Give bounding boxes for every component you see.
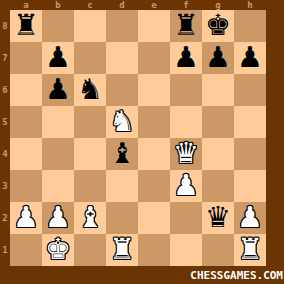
square-f2[interactable] — [170, 202, 202, 234]
piece-white-rook[interactable]: ♜ — [109, 235, 135, 264]
square-f8[interactable]: ♜ — [170, 10, 202, 42]
square-d6[interactable] — [106, 74, 138, 106]
site-watermark: CHESSGAMES.COM — [190, 269, 283, 282]
piece-black-king[interactable]: ♚ — [205, 11, 231, 40]
piece-white-pawn[interactable]: ♟ — [173, 171, 199, 200]
piece-white-rook[interactable]: ♜ — [237, 235, 263, 264]
square-f6[interactable] — [170, 74, 202, 106]
square-e7[interactable] — [138, 42, 170, 74]
square-h8[interactable] — [234, 10, 266, 42]
piece-black-queen[interactable]: ♛ — [205, 203, 231, 232]
file-label-h: h — [234, 0, 266, 10]
piece-white-knight[interactable]: ♞ — [109, 107, 135, 136]
square-c8[interactable] — [74, 10, 106, 42]
piece-white-king[interactable]: ♚ — [45, 235, 71, 264]
square-f5[interactable] — [170, 106, 202, 138]
square-e6[interactable] — [138, 74, 170, 106]
rank-labels: 87654321 — [0, 10, 10, 266]
square-b8[interactable] — [42, 10, 74, 42]
file-label-d: d — [106, 0, 138, 10]
square-d2[interactable] — [106, 202, 138, 234]
square-b7[interactable]: ♟ — [42, 42, 74, 74]
square-e1[interactable] — [138, 234, 170, 266]
square-h1[interactable]: ♜ — [234, 234, 266, 266]
square-c5[interactable] — [74, 106, 106, 138]
square-a3[interactable] — [10, 170, 42, 202]
piece-white-pawn[interactable]: ♟ — [45, 203, 71, 232]
board: ♜♜♚♟♟♟♟♟♞♞♝♛♟♟♟♝♛♟♚♜♜ — [10, 10, 266, 266]
piece-white-pawn[interactable]: ♟ — [13, 203, 39, 232]
piece-black-rook[interactable]: ♜ — [13, 11, 39, 40]
square-a6[interactable] — [10, 74, 42, 106]
square-b5[interactable] — [42, 106, 74, 138]
square-e8[interactable] — [138, 10, 170, 42]
square-h2[interactable]: ♟ — [234, 202, 266, 234]
square-d5[interactable]: ♞ — [106, 106, 138, 138]
rank-label-4: 4 — [0, 138, 10, 170]
square-d7[interactable] — [106, 42, 138, 74]
square-g1[interactable] — [202, 234, 234, 266]
piece-white-bishop[interactable]: ♝ — [77, 203, 103, 232]
square-b6[interactable]: ♟ — [42, 74, 74, 106]
piece-black-pawn[interactable]: ♟ — [237, 43, 263, 72]
square-e3[interactable] — [138, 170, 170, 202]
square-a1[interactable] — [10, 234, 42, 266]
rank-label-7: 7 — [0, 42, 10, 74]
square-g5[interactable] — [202, 106, 234, 138]
square-a2[interactable]: ♟ — [10, 202, 42, 234]
square-h6[interactable] — [234, 74, 266, 106]
square-a7[interactable] — [10, 42, 42, 74]
square-b1[interactable]: ♚ — [42, 234, 74, 266]
square-h3[interactable] — [234, 170, 266, 202]
square-d4[interactable]: ♝ — [106, 138, 138, 170]
square-g3[interactable] — [202, 170, 234, 202]
square-d8[interactable] — [106, 10, 138, 42]
square-c1[interactable] — [74, 234, 106, 266]
square-b3[interactable] — [42, 170, 74, 202]
file-label-e: e — [138, 0, 170, 10]
rank-label-5: 5 — [0, 106, 10, 138]
rank-label-6: 6 — [0, 74, 10, 106]
square-g4[interactable] — [202, 138, 234, 170]
square-c3[interactable] — [74, 170, 106, 202]
file-label-c: c — [74, 0, 106, 10]
square-e2[interactable] — [138, 202, 170, 234]
square-b2[interactable]: ♟ — [42, 202, 74, 234]
rank-label-8: 8 — [0, 10, 10, 42]
square-b4[interactable] — [42, 138, 74, 170]
piece-white-pawn[interactable]: ♟ — [237, 203, 263, 232]
square-e4[interactable] — [138, 138, 170, 170]
piece-black-pawn[interactable]: ♟ — [45, 75, 71, 104]
square-g8[interactable]: ♚ — [202, 10, 234, 42]
square-c4[interactable] — [74, 138, 106, 170]
rank-label-3: 3 — [0, 170, 10, 202]
rank-label-2: 2 — [0, 202, 10, 234]
square-f1[interactable] — [170, 234, 202, 266]
square-a4[interactable] — [10, 138, 42, 170]
square-d3[interactable] — [106, 170, 138, 202]
square-f3[interactable]: ♟ — [170, 170, 202, 202]
square-g7[interactable]: ♟ — [202, 42, 234, 74]
square-f4[interactable]: ♛ — [170, 138, 202, 170]
square-g6[interactable] — [202, 74, 234, 106]
square-h4[interactable] — [234, 138, 266, 170]
square-d1[interactable]: ♜ — [106, 234, 138, 266]
file-label-b: b — [42, 0, 74, 10]
piece-black-pawn[interactable]: ♟ — [173, 43, 199, 72]
square-c6[interactable]: ♞ — [74, 74, 106, 106]
square-e5[interactable] — [138, 106, 170, 138]
square-f7[interactable]: ♟ — [170, 42, 202, 74]
piece-black-pawn[interactable]: ♟ — [205, 43, 231, 72]
chess-diagram: abcdefgh 87654321 ♜♜♚♟♟♟♟♟♞♞♝♛♟♟♟♝♛♟♚♜♜ … — [0, 0, 284, 284]
square-g2[interactable]: ♛ — [202, 202, 234, 234]
rank-label-1: 1 — [0, 234, 10, 266]
piece-white-queen[interactable]: ♛ — [173, 139, 199, 168]
piece-black-rook[interactable]: ♜ — [173, 11, 199, 40]
piece-black-pawn[interactable]: ♟ — [45, 43, 71, 72]
square-a8[interactable]: ♜ — [10, 10, 42, 42]
square-h7[interactable]: ♟ — [234, 42, 266, 74]
square-c7[interactable] — [74, 42, 106, 74]
piece-black-bishop[interactable]: ♝ — [109, 139, 135, 168]
square-a5[interactable] — [10, 106, 42, 138]
square-h5[interactable] — [234, 106, 266, 138]
square-c2[interactable]: ♝ — [74, 202, 106, 234]
piece-black-knight[interactable]: ♞ — [77, 75, 103, 104]
